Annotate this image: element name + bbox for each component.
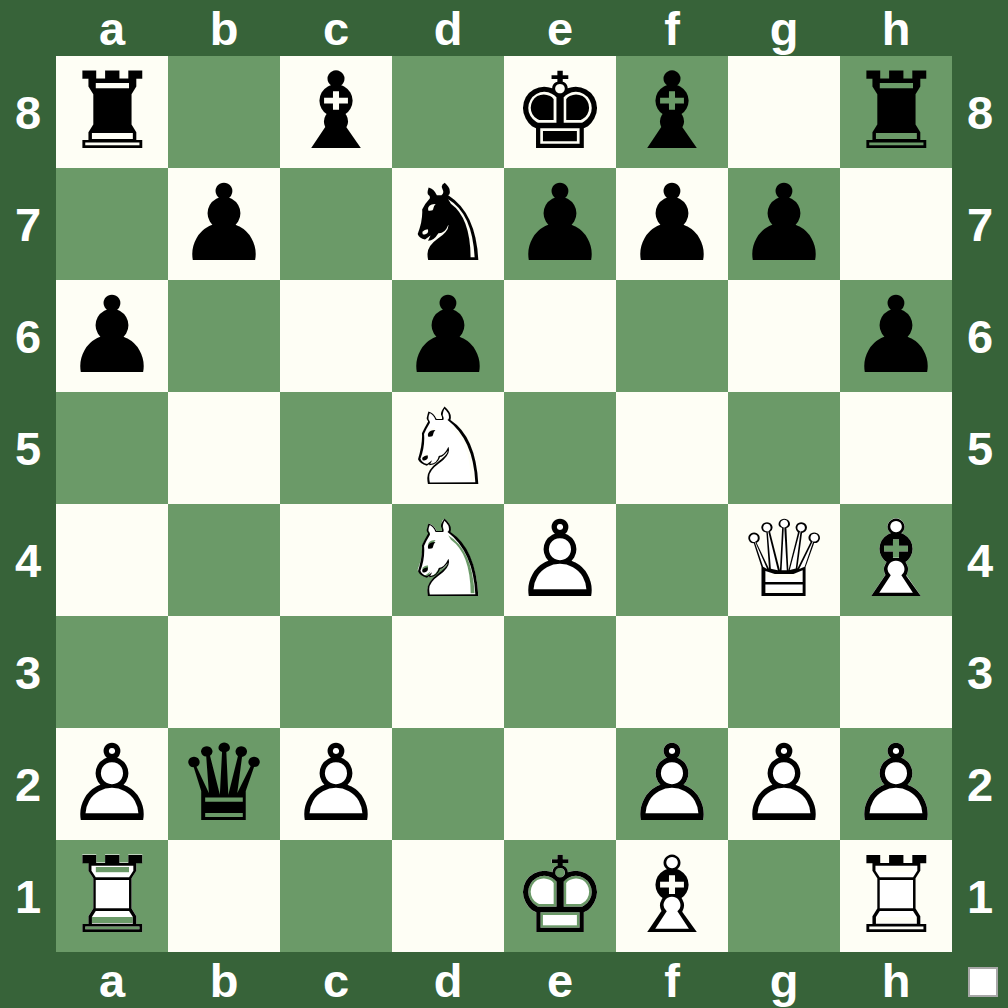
piece-glyph: ♟ <box>840 280 952 392</box>
square-c3[interactable] <box>280 616 392 728</box>
square-a7[interactable] <box>56 168 168 280</box>
piece-black-pawn-g7[interactable]: ♟ <box>728 168 840 280</box>
piece-white-knight-d4[interactable]: ♞♘ <box>392 504 504 616</box>
file-label-bottom-b: b <box>168 952 280 1008</box>
piece-glyph: ♜ <box>840 56 952 168</box>
piece-glyph-outline: ♗ <box>616 840 728 952</box>
file-label-bottom-e: e <box>504 952 616 1008</box>
file-label-bottom-d: d <box>392 952 504 1008</box>
piece-glyph-outline: ♘ <box>392 504 504 616</box>
piece-white-rook-a1[interactable]: ♜♖ <box>56 840 168 952</box>
square-a6[interactable]: ♟ <box>56 280 168 392</box>
piece-glyph: ♟ <box>168 168 280 280</box>
piece-glyph: ♟ <box>616 168 728 280</box>
piece-white-bishop-h4[interactable]: ♝♗ <box>840 504 952 616</box>
side-to-move-indicator <box>968 967 998 997</box>
square-a8[interactable]: ♜ <box>56 56 168 168</box>
piece-glyph-outline: ♙ <box>728 728 840 840</box>
piece-black-pawn-h6[interactable]: ♟ <box>840 280 952 392</box>
square-g1[interactable] <box>728 840 840 952</box>
piece-black-rook-h8[interactable]: ♜ <box>840 56 952 168</box>
square-e5[interactable] <box>504 392 616 504</box>
square-h6[interactable]: ♟ <box>840 280 952 392</box>
square-c6[interactable] <box>280 280 392 392</box>
piece-black-rook-a8[interactable]: ♜ <box>56 56 168 168</box>
file-label-bottom-f: f <box>616 952 728 1008</box>
piece-glyph: ♜ <box>56 56 168 168</box>
piece-glyph: ♟ <box>392 280 504 392</box>
piece-white-bishop-f1[interactable]: ♝♗ <box>616 840 728 952</box>
rank-label-right-6: 6 <box>952 280 1008 392</box>
rank-label-left-2: 2 <box>0 728 56 840</box>
piece-glyph-outline: ♙ <box>504 504 616 616</box>
rank-label-right-5: 5 <box>952 392 1008 504</box>
piece-glyph-outline: ♔ <box>504 840 616 952</box>
square-f2[interactable]: ♟♙ <box>616 728 728 840</box>
file-label-top-h: h <box>840 0 952 56</box>
square-c8[interactable]: ♝ <box>280 56 392 168</box>
square-h8[interactable]: ♜ <box>840 56 952 168</box>
piece-black-pawn-f7[interactable]: ♟ <box>616 168 728 280</box>
square-e8[interactable]: ♚ <box>504 56 616 168</box>
square-a2[interactable]: ♟♙ <box>56 728 168 840</box>
piece-glyph: ♟ <box>56 280 168 392</box>
chess-board: ♜♝♚♝♜♟♞♟♟♟♟♟♟♞♘♞♘♟♙♛♕♝♗♟♙♛♟♙♟♙♟♙♟♙♜♖♚♔♝♗… <box>56 56 952 952</box>
piece-glyph: ♛ <box>168 728 280 840</box>
piece-glyph: ♝ <box>280 56 392 168</box>
square-d5[interactable]: ♞♘ <box>392 392 504 504</box>
square-f7[interactable]: ♟ <box>616 168 728 280</box>
file-label-bottom-g: g <box>728 952 840 1008</box>
square-f1[interactable]: ♝♗ <box>616 840 728 952</box>
square-h2[interactable]: ♟♙ <box>840 728 952 840</box>
file-label-top-f: f <box>616 0 728 56</box>
rank-label-left-8: 8 <box>0 56 56 168</box>
square-h7[interactable] <box>840 168 952 280</box>
square-d1[interactable] <box>392 840 504 952</box>
piece-white-pawn-e4[interactable]: ♟♙ <box>504 504 616 616</box>
piece-glyph-outline: ♙ <box>280 728 392 840</box>
square-b4[interactable] <box>168 504 280 616</box>
square-b5[interactable] <box>168 392 280 504</box>
piece-white-queen-g4[interactable]: ♛♕ <box>728 504 840 616</box>
rank-label-left-4: 4 <box>0 504 56 616</box>
piece-glyph-outline: ♕ <box>728 504 840 616</box>
piece-glyph: ♚ <box>504 56 616 168</box>
square-h5[interactable] <box>840 392 952 504</box>
square-g5[interactable] <box>728 392 840 504</box>
square-d8[interactable] <box>392 56 504 168</box>
piece-glyph: ♞ <box>392 168 504 280</box>
piece-glyph: ♝ <box>616 56 728 168</box>
piece-white-pawn-a2[interactable]: ♟♙ <box>56 728 168 840</box>
square-e3[interactable] <box>504 616 616 728</box>
square-f8[interactable]: ♝ <box>616 56 728 168</box>
piece-black-bishop-f8[interactable]: ♝ <box>616 56 728 168</box>
piece-glyph-outline: ♖ <box>840 840 952 952</box>
square-f3[interactable] <box>616 616 728 728</box>
square-h1[interactable]: ♜♖ <box>840 840 952 952</box>
square-d7[interactable]: ♞ <box>392 168 504 280</box>
rank-label-right-3: 3 <box>952 616 1008 728</box>
square-f6[interactable] <box>616 280 728 392</box>
square-g2[interactable]: ♟♙ <box>728 728 840 840</box>
piece-white-pawn-h2[interactable]: ♟♙ <box>840 728 952 840</box>
square-c2[interactable]: ♟♙ <box>280 728 392 840</box>
piece-glyph-outline: ♘ <box>392 392 504 504</box>
square-g4[interactable]: ♛♕ <box>728 504 840 616</box>
file-label-bottom-a: a <box>56 952 168 1008</box>
piece-white-knight-d5[interactable]: ♞♘ <box>392 392 504 504</box>
piece-white-king-e1[interactable]: ♚♔ <box>504 840 616 952</box>
file-label-top-c: c <box>280 0 392 56</box>
rank-label-left-5: 5 <box>0 392 56 504</box>
square-e6[interactable] <box>504 280 616 392</box>
piece-black-king-e8[interactable]: ♚ <box>504 56 616 168</box>
piece-black-bishop-c8[interactable]: ♝ <box>280 56 392 168</box>
rank-label-right-4: 4 <box>952 504 1008 616</box>
square-g3[interactable] <box>728 616 840 728</box>
square-c4[interactable] <box>280 504 392 616</box>
square-b1[interactable] <box>168 840 280 952</box>
file-label-top-g: g <box>728 0 840 56</box>
piece-black-pawn-b7[interactable]: ♟ <box>168 168 280 280</box>
piece-white-pawn-c2[interactable]: ♟♙ <box>280 728 392 840</box>
piece-glyph: ♟ <box>728 168 840 280</box>
square-c5[interactable] <box>280 392 392 504</box>
square-e2[interactable] <box>504 728 616 840</box>
square-g8[interactable] <box>728 56 840 168</box>
piece-glyph-outline: ♙ <box>56 728 168 840</box>
file-label-bottom-h: h <box>840 952 952 1008</box>
piece-white-rook-h1[interactable]: ♜♖ <box>840 840 952 952</box>
chess-diagram: ♜♝♚♝♜♟♞♟♟♟♟♟♟♞♘♞♘♟♙♛♕♝♗♟♙♛♟♙♟♙♟♙♟♙♜♖♚♔♝♗… <box>0 0 1008 1008</box>
rank-label-right-7: 7 <box>952 168 1008 280</box>
square-c1[interactable] <box>280 840 392 952</box>
square-a5[interactable] <box>56 392 168 504</box>
square-e4[interactable]: ♟♙ <box>504 504 616 616</box>
rank-label-left-3: 3 <box>0 616 56 728</box>
file-label-top-a: a <box>56 0 168 56</box>
square-a4[interactable] <box>56 504 168 616</box>
square-d6[interactable]: ♟ <box>392 280 504 392</box>
piece-black-pawn-d6[interactable]: ♟ <box>392 280 504 392</box>
square-b6[interactable] <box>168 280 280 392</box>
square-b2[interactable]: ♛ <box>168 728 280 840</box>
square-a1[interactable]: ♜♖ <box>56 840 168 952</box>
piece-black-queen-b2[interactable]: ♛ <box>168 728 280 840</box>
square-h4[interactable]: ♝♗ <box>840 504 952 616</box>
square-f4[interactable] <box>616 504 728 616</box>
square-h3[interactable] <box>840 616 952 728</box>
square-b3[interactable] <box>168 616 280 728</box>
piece-glyph-outline: ♙ <box>840 728 952 840</box>
piece-glyph: ♟ <box>504 168 616 280</box>
square-g6[interactable] <box>728 280 840 392</box>
square-e1[interactable]: ♚♔ <box>504 840 616 952</box>
square-b8[interactable] <box>168 56 280 168</box>
rank-label-left-6: 6 <box>0 280 56 392</box>
piece-glyph-outline: ♙ <box>616 728 728 840</box>
piece-black-pawn-e7[interactable]: ♟ <box>504 168 616 280</box>
square-b7[interactable]: ♟ <box>168 168 280 280</box>
piece-white-pawn-f2[interactable]: ♟♙ <box>616 728 728 840</box>
piece-glyph-outline: ♖ <box>56 840 168 952</box>
square-g7[interactable]: ♟ <box>728 168 840 280</box>
square-a3[interactable] <box>56 616 168 728</box>
file-label-top-e: e <box>504 0 616 56</box>
rank-label-left-1: 1 <box>0 840 56 952</box>
rank-label-left-7: 7 <box>0 168 56 280</box>
square-d3[interactable] <box>392 616 504 728</box>
piece-white-pawn-g2[interactable]: ♟♙ <box>728 728 840 840</box>
piece-black-knight-d7[interactable]: ♞ <box>392 168 504 280</box>
square-e7[interactable]: ♟ <box>504 168 616 280</box>
square-f5[interactable] <box>616 392 728 504</box>
square-d4[interactable]: ♞♘ <box>392 504 504 616</box>
rank-label-right-2: 2 <box>952 728 1008 840</box>
square-c7[interactable] <box>280 168 392 280</box>
piece-black-pawn-a6[interactable]: ♟ <box>56 280 168 392</box>
rank-label-right-1: 1 <box>952 840 1008 952</box>
piece-glyph-outline: ♗ <box>840 504 952 616</box>
file-label-bottom-c: c <box>280 952 392 1008</box>
square-d2[interactable] <box>392 728 504 840</box>
file-label-top-d: d <box>392 0 504 56</box>
rank-label-right-8: 8 <box>952 56 1008 168</box>
file-label-top-b: b <box>168 0 280 56</box>
